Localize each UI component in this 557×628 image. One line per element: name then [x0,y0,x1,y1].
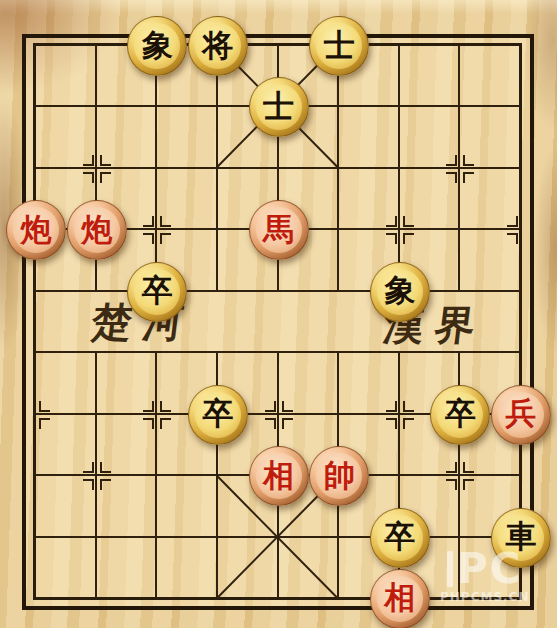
piece-character: 卒 [384,521,415,552]
point-marker [386,216,397,227]
point-marker [265,418,276,429]
piece-face: 卒 [377,515,423,561]
point-marker [160,401,171,412]
point-marker [386,401,397,412]
piece-black-general[interactable]: 将 [188,16,248,76]
point-marker [39,401,50,412]
point-marker [160,233,171,244]
point-marker [463,479,474,490]
grid-line-vertical [398,45,400,291]
point-marker [83,462,94,473]
point-marker [100,462,111,473]
piece-red-horse[interactable]: 馬 [249,200,309,260]
point-marker [83,155,94,166]
grid-line-vertical [155,45,157,291]
point-marker [403,216,414,227]
piece-face: 馬 [256,207,302,253]
grid-line-vertical [155,352,157,598]
piece-character: 炮 [81,214,112,245]
piece-face: 士 [256,84,302,130]
piece-face: 卒 [134,269,180,315]
piece-character: 兵 [506,398,537,429]
piece-red-elephant[interactable]: 相 [370,569,430,628]
piece-character: 将 [202,30,233,61]
watermark-logo-letters: PC [457,551,523,587]
piece-black-soldier[interactable]: 卒 [188,385,248,445]
piece-face: 卒 [195,392,241,438]
piece-face: 帥 [316,453,362,499]
point-marker [507,233,518,244]
point-marker [282,401,293,412]
point-marker [282,418,293,429]
piece-black-advisor[interactable]: 士 [249,77,309,137]
piece-character: 帥 [324,460,355,491]
point-marker [100,479,111,490]
piece-red-cannon[interactable]: 炮 [6,200,66,260]
piece-character: 象 [142,30,173,61]
piece-face: 炮 [13,207,59,253]
piece-red-soldier[interactable]: 兵 [491,385,551,445]
piece-face: 象 [134,23,180,69]
point-marker [39,418,50,429]
watermark-logo-bar [447,551,453,587]
piece-character: 卒 [445,398,476,429]
piece-red-elephant[interactable]: 相 [249,446,309,506]
xiangqi-board: 楚河 漢界 象将士士炮炮馬卒象卒卒兵相帥卒車相 PC PHPCMS.CN [0,0,557,628]
point-marker [386,418,397,429]
piece-face: 相 [256,453,302,499]
piece-black-soldier[interactable]: 卒 [127,262,187,322]
piece-red-cannon[interactable]: 炮 [67,200,127,260]
point-marker [463,155,474,166]
point-marker [143,418,154,429]
point-marker [403,233,414,244]
point-marker [160,418,171,429]
piece-character: 相 [263,460,294,491]
piece-character: 士 [324,30,355,61]
piece-black-soldier[interactable]: 卒 [430,385,490,445]
piece-face: 炮 [74,207,120,253]
point-marker [507,216,518,227]
point-marker [446,155,457,166]
point-marker [143,216,154,227]
point-marker [446,462,457,473]
piece-black-elephant[interactable]: 象 [370,262,430,322]
point-marker [446,172,457,183]
piece-face: 兵 [498,392,544,438]
piece-character: 象 [384,275,415,306]
point-marker [386,233,397,244]
piece-character: 士 [263,91,294,122]
point-marker [403,401,414,412]
piece-character: 相 [384,582,415,613]
point-marker [446,479,457,490]
point-marker [265,401,276,412]
point-marker [83,172,94,183]
grid-line-vertical [458,45,460,291]
point-marker [100,155,111,166]
watermark: PC PHPCMS.CN [440,551,529,604]
piece-character: 炮 [21,214,52,245]
piece-character: 馬 [263,214,294,245]
point-marker [143,233,154,244]
point-marker [403,418,414,429]
piece-black-elephant[interactable]: 象 [127,16,187,76]
watermark-logo: PC [440,551,529,587]
piece-black-soldier[interactable]: 卒 [370,508,430,568]
piece-character: 卒 [202,398,233,429]
piece-face: 士 [316,23,362,69]
point-marker [160,216,171,227]
point-marker [143,401,154,412]
point-marker [83,479,94,490]
piece-red-general[interactable]: 帥 [309,446,369,506]
point-marker [463,462,474,473]
point-marker [100,172,111,183]
piece-face: 卒 [437,392,483,438]
piece-character: 卒 [142,275,173,306]
piece-face: 相 [377,576,423,622]
grid-line-vertical [95,352,97,598]
point-marker [463,172,474,183]
piece-face: 将 [195,23,241,69]
watermark-text: PHPCMS.CN [440,590,529,604]
piece-black-advisor[interactable]: 士 [309,16,369,76]
piece-face: 象 [377,269,423,315]
